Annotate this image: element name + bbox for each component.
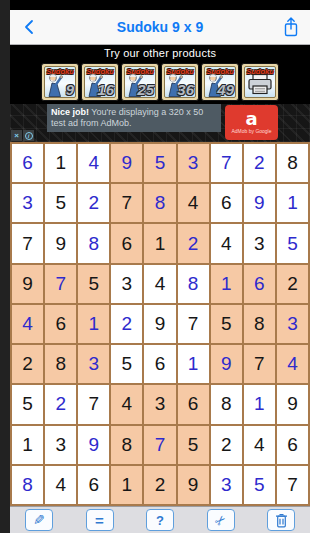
equals-icon: = (95, 513, 104, 528)
cell-r3c6[interactable]: 2 (178, 224, 209, 262)
cell-r8c4[interactable]: 8 (111, 426, 142, 464)
question-icon: ? (156, 514, 164, 527)
ad-text-panel: Nice job! You're displaying a 320 x 50 t… (47, 104, 221, 132)
cell-r5c6[interactable]: 7 (178, 305, 209, 343)
sudoku-board: 6149537283527846917986124359753481624612… (10, 142, 310, 506)
product-sudoku-49[interactable]: Sudoku49 (201, 63, 239, 101)
cell-r4c4[interactable]: 3 (111, 265, 142, 303)
product-number: 36 (177, 82, 194, 97)
product-tile-art: Sudoku (244, 66, 276, 98)
back-button[interactable] (19, 17, 39, 37)
cell-r2c6[interactable]: 4 (178, 184, 209, 222)
product-tile-art: Sudoku49 (204, 66, 236, 98)
cell-r1c5[interactable]: 5 (144, 144, 175, 182)
cell-r6c9[interactable]: 4 (277, 345, 308, 383)
cell-r9c1[interactable]: 8 (12, 466, 43, 504)
cell-r6c6[interactable]: 1 (178, 345, 209, 383)
share-button[interactable] (280, 15, 302, 39)
cell-r4c6[interactable]: 8 (178, 265, 209, 303)
pencil-button[interactable]: ✎ (25, 509, 53, 531)
wizard-icon (46, 72, 63, 97)
equals-button[interactable]: = (86, 509, 114, 531)
product-sudoku-25[interactable]: Sudoku25 (121, 63, 159, 101)
app-window: Sudoku 9 x 9 Try our other products Sudo… (10, 0, 310, 533)
product-sudoku-9[interactable]: Sudoku9 (41, 63, 79, 101)
back-chevron-icon (24, 19, 34, 35)
cell-r8c5[interactable]: 7 (144, 426, 175, 464)
nav-bar: Sudoku 9 x 9 (10, 10, 310, 45)
cell-r2c8[interactable]: 9 (244, 184, 275, 222)
bottom-toolbar: ✎ = ? ✂ (10, 506, 310, 533)
cell-r6c8[interactable]: 7 (244, 345, 275, 383)
product-number: 25 (137, 82, 154, 97)
admob-logo-box[interactable]: a AdMob by Google (225, 105, 278, 140)
cell-r6c3[interactable]: 3 (78, 345, 109, 383)
cell-r4c2[interactable]: 7 (45, 265, 76, 303)
cell-r8c2[interactable]: 3 (45, 426, 76, 464)
product-sudoku-printer[interactable]: Sudoku (241, 63, 279, 101)
page-title: Sudoku 9 x 9 (10, 19, 310, 35)
cell-r3c9[interactable]: 5 (277, 224, 308, 262)
cell-r5c9[interactable]: 3 (277, 305, 308, 343)
cell-r2c4[interactable]: 7 (111, 184, 142, 222)
cell-r5c4[interactable]: 2 (111, 305, 142, 343)
cell-r4c9[interactable]: 2 (277, 265, 308, 303)
cell-r6c2[interactable]: 8 (45, 345, 76, 383)
cell-r9c3[interactable]: 6 (78, 466, 109, 504)
cell-r5c2[interactable]: 6 (45, 305, 76, 343)
cell-r7c7[interactable]: 8 (211, 385, 242, 423)
cell-r4c1[interactable]: 9 (12, 265, 43, 303)
cell-r6c7[interactable]: 9 (211, 345, 242, 383)
cell-r2c3[interactable]: 2 (78, 184, 109, 222)
cell-r7c1[interactable]: 5 (12, 385, 43, 423)
product-tile-art: Sudoku36 (164, 66, 196, 98)
cell-r7c3[interactable]: 7 (78, 385, 109, 423)
cell-r7c6[interactable]: 6 (178, 385, 209, 423)
cell-r4c5[interactable]: 4 (144, 265, 175, 303)
cell-r7c2[interactable]: 2 (45, 385, 76, 423)
cell-r9c2[interactable]: 4 (45, 466, 76, 504)
cell-r7c8[interactable]: 1 (244, 385, 275, 423)
cell-r1c6[interactable]: 3 (178, 144, 209, 182)
cell-r9c7[interactable]: 3 (211, 466, 242, 504)
cell-r8c8[interactable]: 4 (244, 426, 275, 464)
cell-r3c2[interactable]: 9 (45, 224, 76, 262)
product-tile-art: Sudoku16 (84, 66, 116, 98)
cell-r5c5[interactable]: 9 (144, 305, 175, 343)
trash-icon (275, 513, 288, 528)
product-number: 9 (66, 82, 74, 97)
cell-r3c5[interactable]: 1 (144, 224, 175, 262)
product-number: 49 (217, 82, 234, 97)
cell-r6c5[interactable]: 6 (144, 345, 175, 383)
cell-r3c7[interactable]: 4 (211, 224, 242, 262)
cell-r8c9[interactable]: 6 (277, 426, 308, 464)
product-sudoku-36[interactable]: Sudoku36 (161, 63, 199, 101)
product-number: 16 (97, 82, 114, 97)
cell-r4c8[interactable]: 6 (244, 265, 275, 303)
cell-r8c1[interactable]: 1 (12, 426, 43, 464)
cell-r4c7[interactable]: 1 (211, 265, 242, 303)
cell-r1c9[interactable]: 8 (277, 144, 308, 182)
cell-r7c5[interactable]: 3 (144, 385, 175, 423)
cell-r3c1[interactable]: 7 (12, 224, 43, 262)
cell-r1c3[interactable]: 4 (78, 144, 109, 182)
cell-r1c4[interactable]: 9 (111, 144, 142, 182)
cell-r6c1[interactable]: 2 (12, 345, 43, 383)
cell-r7c9[interactable]: 9 (277, 385, 308, 423)
cell-r5c3[interactable]: 1 (78, 305, 109, 343)
product-tile-art: Sudoku25 (124, 66, 156, 98)
cell-r2c7[interactable]: 6 (211, 184, 242, 222)
cell-r3c3[interactable]: 8 (78, 224, 109, 262)
ad-banner[interactable]: Nice job! You're displaying a 320 x 50 t… (10, 104, 310, 142)
cell-r8c6[interactable]: 5 (178, 426, 209, 464)
promo-heading: Try our other products (10, 45, 310, 60)
product-sudoku-16[interactable]: Sudoku16 (81, 63, 119, 101)
cell-r2c5[interactable]: 8 (144, 184, 175, 222)
cell-r1c2[interactable]: 1 (45, 144, 76, 182)
printer-icon (247, 73, 273, 94)
pencil-icon: ✎ (33, 513, 45, 527)
promo-product-row: Sudoku9Sudoku16Sudoku25Sudoku36Sudoku49S… (10, 60, 310, 104)
cell-r4c3[interactable]: 5 (78, 265, 109, 303)
cell-r9c6[interactable]: 9 (178, 466, 209, 504)
cell-r6c4[interactable]: 5 (111, 345, 142, 383)
help-button[interactable]: ? (146, 509, 174, 531)
trash-button[interactable] (267, 509, 295, 531)
cell-r3c4[interactable]: 6 (111, 224, 142, 262)
status-bar (10, 0, 310, 10)
cell-r7c4[interactable]: 4 (111, 385, 142, 423)
cell-r1c7[interactable]: 7 (211, 144, 242, 182)
cell-r2c2[interactable]: 5 (45, 184, 76, 222)
cell-r9c8[interactable]: 5 (244, 466, 275, 504)
product-tile-art: Sudoku9 (44, 66, 76, 98)
cell-r5c7[interactable]: 5 (211, 305, 242, 343)
scissors-button[interactable]: ✂ (207, 509, 235, 531)
cell-r2c9[interactable]: 1 (277, 184, 308, 222)
ad-controls: × i (11, 130, 34, 141)
cell-r1c1[interactable]: 6 (12, 144, 43, 182)
share-icon (282, 16, 300, 38)
cell-r5c1[interactable]: 4 (12, 305, 43, 343)
admob-logo-icon: a (245, 111, 257, 127)
cell-r9c4[interactable]: 1 (111, 466, 142, 504)
ad-close-icon[interactable]: × (11, 130, 22, 141)
cell-r9c5[interactable]: 2 (144, 466, 175, 504)
cell-r8c3[interactable]: 9 (78, 426, 109, 464)
cell-r5c8[interactable]: 8 (244, 305, 275, 343)
cell-r9c9[interactable]: 7 (277, 466, 308, 504)
ad-info-icon[interactable]: i (23, 130, 34, 141)
admob-brand-text: AdMob by Google (231, 128, 271, 134)
cell-r3c8[interactable]: 3 (244, 224, 275, 262)
cell-r8c7[interactable]: 2 (211, 426, 242, 464)
ad-headline: Nice job! (51, 107, 89, 117)
cell-r2c1[interactable]: 3 (12, 184, 43, 222)
cell-r1c8[interactable]: 2 (244, 144, 275, 182)
scissors-icon: ✂ (212, 512, 229, 529)
